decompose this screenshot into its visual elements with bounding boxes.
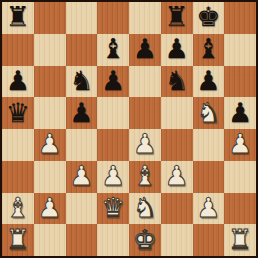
piece-white-bishop[interactable]: ♝ <box>6 194 30 223</box>
square-f6[interactable]: ♞ <box>161 66 193 98</box>
square-a6[interactable]: ♟ <box>2 66 34 98</box>
square-f2[interactable] <box>161 193 193 225</box>
square-c5[interactable]: ♟ <box>66 97 98 129</box>
square-a4[interactable] <box>2 129 34 161</box>
square-a5[interactable]: ♛ <box>2 97 34 129</box>
square-c2[interactable] <box>66 193 98 225</box>
square-f4[interactable] <box>161 129 193 161</box>
square-d2[interactable]: ♛ <box>97 193 129 225</box>
square-g4[interactable] <box>193 129 225 161</box>
piece-white-pawn[interactable]: ♟ <box>196 194 220 223</box>
square-a3[interactable] <box>2 161 34 193</box>
square-e1[interactable]: ♚ <box>129 224 161 256</box>
square-a1[interactable]: ♜ <box>2 224 34 256</box>
piece-black-bishop[interactable]: ♝ <box>196 35 220 64</box>
square-b1[interactable] <box>34 224 66 256</box>
piece-white-pawn[interactable]: ♟ <box>133 130 157 159</box>
piece-black-pawn[interactable]: ♟ <box>228 99 252 128</box>
square-e2[interactable]: ♞ <box>129 193 161 225</box>
square-b4[interactable]: ♟ <box>34 129 66 161</box>
piece-white-rook[interactable]: ♜ <box>228 226 252 255</box>
piece-white-rook[interactable]: ♜ <box>6 226 30 255</box>
square-h4[interactable]: ♟ <box>224 129 256 161</box>
square-g5[interactable]: ♞ <box>193 97 225 129</box>
piece-black-pawn[interactable]: ♟ <box>101 67 125 96</box>
square-b8[interactable] <box>34 2 66 34</box>
piece-black-pawn[interactable]: ♟ <box>196 67 220 96</box>
piece-white-knight[interactable]: ♞ <box>196 99 220 128</box>
square-d4[interactable] <box>97 129 129 161</box>
square-c4[interactable] <box>66 129 98 161</box>
square-h3[interactable] <box>224 161 256 193</box>
piece-black-bishop[interactable]: ♝ <box>101 35 125 64</box>
square-f3[interactable]: ♟ <box>161 161 193 193</box>
square-g1[interactable] <box>193 224 225 256</box>
square-g7[interactable]: ♝ <box>193 34 225 66</box>
square-e6[interactable] <box>129 66 161 98</box>
square-d3[interactable]: ♟ <box>97 161 129 193</box>
square-b7[interactable] <box>34 34 66 66</box>
piece-black-pawn[interactable]: ♟ <box>6 67 30 96</box>
square-f8[interactable]: ♜ <box>161 2 193 34</box>
piece-black-pawn[interactable]: ♟ <box>69 99 93 128</box>
chess-board-frame: ♜♜♚♝♟♟♝♟♞♟♞♟♛♟♞♟♟♟♟♟♟♝♟♝♟♛♞♟♜♚♜ <box>0 0 258 258</box>
square-d8[interactable] <box>97 2 129 34</box>
square-g8[interactable]: ♚ <box>193 2 225 34</box>
square-h7[interactable] <box>224 34 256 66</box>
square-c7[interactable] <box>66 34 98 66</box>
square-h1[interactable]: ♜ <box>224 224 256 256</box>
square-d1[interactable] <box>97 224 129 256</box>
piece-white-pawn[interactable]: ♟ <box>228 130 252 159</box>
square-f5[interactable] <box>161 97 193 129</box>
square-e8[interactable] <box>129 2 161 34</box>
piece-black-pawn[interactable]: ♟ <box>165 35 189 64</box>
square-h5[interactable]: ♟ <box>224 97 256 129</box>
square-b6[interactable] <box>34 66 66 98</box>
square-g3[interactable] <box>193 161 225 193</box>
square-b3[interactable] <box>34 161 66 193</box>
piece-black-rook[interactable]: ♜ <box>165 3 189 32</box>
piece-white-bishop[interactable]: ♝ <box>133 162 157 191</box>
piece-black-queen[interactable]: ♛ <box>6 99 30 128</box>
square-g2[interactable]: ♟ <box>193 193 225 225</box>
piece-black-rook[interactable]: ♜ <box>6 3 30 32</box>
square-d6[interactable]: ♟ <box>97 66 129 98</box>
chess-board: ♜♜♚♝♟♟♝♟♞♟♞♟♛♟♞♟♟♟♟♟♟♝♟♝♟♛♞♟♜♚♜ <box>2 2 256 256</box>
square-h2[interactable] <box>224 193 256 225</box>
piece-white-pawn[interactable]: ♟ <box>165 162 189 191</box>
square-b5[interactable] <box>34 97 66 129</box>
square-g6[interactable]: ♟ <box>193 66 225 98</box>
square-c3[interactable]: ♟ <box>66 161 98 193</box>
square-h8[interactable] <box>224 2 256 34</box>
piece-white-pawn[interactable]: ♟ <box>38 194 62 223</box>
square-h6[interactable] <box>224 66 256 98</box>
square-e7[interactable]: ♟ <box>129 34 161 66</box>
square-a7[interactable] <box>2 34 34 66</box>
square-d7[interactable]: ♝ <box>97 34 129 66</box>
piece-black-knight[interactable]: ♞ <box>165 67 189 96</box>
piece-white-queen[interactable]: ♛ <box>101 194 125 223</box>
piece-white-pawn[interactable]: ♟ <box>101 162 125 191</box>
piece-black-king[interactable]: ♚ <box>196 3 220 32</box>
square-e3[interactable]: ♝ <box>129 161 161 193</box>
square-c8[interactable] <box>66 2 98 34</box>
square-c1[interactable] <box>66 224 98 256</box>
square-b2[interactable]: ♟ <box>34 193 66 225</box>
square-d5[interactable] <box>97 97 129 129</box>
piece-black-knight[interactable]: ♞ <box>69 67 93 96</box>
square-a2[interactable]: ♝ <box>2 193 34 225</box>
piece-white-knight[interactable]: ♞ <box>133 194 157 223</box>
square-f7[interactable]: ♟ <box>161 34 193 66</box>
square-c6[interactable]: ♞ <box>66 66 98 98</box>
piece-black-pawn[interactable]: ♟ <box>133 35 157 64</box>
piece-white-king[interactable]: ♚ <box>133 226 157 255</box>
square-a8[interactable]: ♜ <box>2 2 34 34</box>
square-f1[interactable] <box>161 224 193 256</box>
piece-white-pawn[interactable]: ♟ <box>69 162 93 191</box>
square-e4[interactable]: ♟ <box>129 129 161 161</box>
square-e5[interactable] <box>129 97 161 129</box>
piece-white-pawn[interactable]: ♟ <box>38 130 62 159</box>
